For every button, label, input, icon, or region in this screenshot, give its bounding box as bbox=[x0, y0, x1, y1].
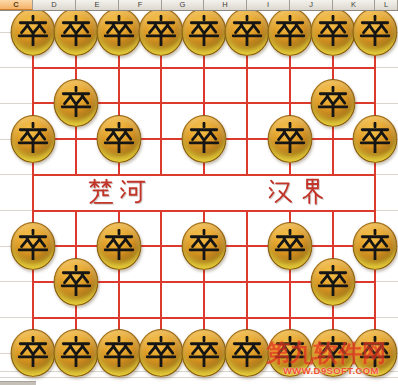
piece-r0c2[interactable]: 卒 bbox=[96, 8, 141, 56]
piece-r0c3[interactable]: 卒 bbox=[139, 8, 184, 56]
zu-soldier-glyph-icon bbox=[60, 336, 91, 367]
zu-soldier-glyph-icon bbox=[18, 336, 49, 367]
column-header-k[interactable]: K bbox=[333, 0, 375, 10]
column-header-e[interactable]: E bbox=[76, 0, 119, 10]
piece-r0c0[interactable]: 卒 bbox=[11, 8, 56, 56]
zu-soldier-glyph-icon bbox=[60, 15, 91, 46]
zu-soldier-glyph-icon bbox=[232, 15, 263, 46]
piece-r6c8[interactable]: 卒 bbox=[353, 222, 398, 270]
he-char-icon bbox=[119, 178, 146, 205]
column-header-f[interactable]: F bbox=[119, 0, 162, 10]
zu-soldier-glyph-icon bbox=[360, 15, 391, 46]
river-left-label: 楚河 bbox=[87, 178, 146, 205]
piece-r6c6[interactable]: 卒 bbox=[267, 222, 312, 270]
zu-soldier-glyph-icon bbox=[189, 336, 220, 367]
column-header-i[interactable]: I bbox=[247, 0, 290, 10]
piece-r9c4[interactable]: 卒 bbox=[182, 329, 227, 377]
zu-soldier-glyph-icon bbox=[18, 15, 49, 46]
zu-soldier-glyph-icon bbox=[317, 265, 348, 296]
piece-r9c7[interactable]: 卒 bbox=[310, 329, 355, 377]
column-header-g[interactable]: G bbox=[162, 0, 204, 10]
chu-char-icon bbox=[87, 178, 114, 205]
piece-r2c1[interactable]: 卒 bbox=[53, 79, 98, 127]
zu-soldier-glyph-icon bbox=[146, 336, 177, 367]
zu-soldier-glyph-icon bbox=[189, 15, 220, 46]
piece-r3c8[interactable]: 卒 bbox=[353, 115, 398, 163]
piece-r9c5[interactable]: 卒 bbox=[225, 329, 270, 377]
piece-r0c1[interactable]: 卒 bbox=[53, 8, 98, 56]
piece-r2c7[interactable]: 卒 bbox=[310, 79, 355, 127]
column-header-j[interactable]: J bbox=[290, 0, 333, 10]
piece-r9c0[interactable]: 卒 bbox=[11, 329, 56, 377]
xiangqi-board-screenshot: CDEFGHIJKL 卒卒卒卒卒卒卒卒卒卒卒卒卒卒卒卒卒卒卒卒卒卒卒卒卒卒卒卒卒… bbox=[0, 0, 398, 385]
zu-soldier-glyph-icon bbox=[18, 122, 49, 153]
piece-r0c7[interactable]: 卒 bbox=[310, 8, 355, 56]
piece-r0c6[interactable]: 卒 bbox=[267, 8, 312, 56]
piece-r3c6[interactable]: 卒 bbox=[267, 115, 312, 163]
piece-r0c8[interactable]: 卒 bbox=[353, 8, 398, 56]
zu-soldier-glyph-icon bbox=[317, 15, 348, 46]
zu-soldier-glyph-icon bbox=[18, 229, 49, 260]
piece-r9c6[interactable]: 卒 bbox=[267, 329, 312, 377]
zu-soldier-glyph-icon bbox=[146, 15, 177, 46]
zu-soldier-glyph-icon bbox=[189, 122, 220, 153]
piece-r3c2[interactable]: 卒 bbox=[96, 115, 141, 163]
zu-soldier-glyph-icon bbox=[360, 229, 391, 260]
piece-r9c2[interactable]: 卒 bbox=[96, 329, 141, 377]
board-file-line bbox=[374, 11, 376, 354]
zu-soldier-glyph-icon bbox=[103, 336, 134, 367]
column-header-h[interactable]: H bbox=[204, 0, 247, 10]
column-header-d[interactable]: D bbox=[33, 0, 76, 10]
zu-soldier-glyph-icon bbox=[232, 336, 263, 367]
spreadsheet-column-header: CDEFGHIJKL bbox=[0, 0, 398, 11]
zu-soldier-glyph-icon bbox=[274, 15, 305, 46]
han-char-icon bbox=[267, 178, 294, 205]
zu-soldier-glyph-icon bbox=[103, 15, 134, 46]
piece-r6c2[interactable]: 卒 bbox=[96, 222, 141, 270]
zu-soldier-glyph-icon bbox=[360, 336, 391, 367]
zu-soldier-glyph-icon bbox=[60, 86, 91, 117]
column-header-l[interactable]: L bbox=[375, 0, 398, 10]
zu-soldier-glyph-icon bbox=[60, 265, 91, 296]
zu-soldier-glyph-icon bbox=[103, 229, 134, 260]
zu-soldier-glyph-icon bbox=[317, 86, 348, 117]
piece-r6c0[interactable]: 卒 bbox=[11, 222, 56, 270]
piece-r7c7[interactable]: 卒 bbox=[310, 258, 355, 306]
piece-r7c1[interactable]: 卒 bbox=[53, 258, 98, 306]
piece-r6c4[interactable]: 卒 bbox=[182, 222, 227, 270]
piece-r3c4[interactable]: 卒 bbox=[182, 115, 227, 163]
zu-soldier-glyph-icon bbox=[317, 336, 348, 367]
piece-r0c4[interactable]: 卒 bbox=[182, 8, 227, 56]
board-file-line bbox=[32, 11, 34, 354]
piece-r9c3[interactable]: 卒 bbox=[139, 329, 184, 377]
piece-r9c8[interactable]: 卒 bbox=[353, 329, 398, 377]
river-right-label: 汉界 bbox=[267, 178, 326, 205]
zu-soldier-glyph-icon bbox=[103, 122, 134, 153]
zu-soldier-glyph-icon bbox=[274, 122, 305, 153]
zu-soldier-glyph-icon bbox=[360, 122, 391, 153]
piece-r3c0[interactable]: 卒 bbox=[11, 115, 56, 163]
piece-r9c1[interactable]: 卒 bbox=[53, 329, 98, 377]
column-header-c[interactable]: C bbox=[0, 0, 33, 10]
zu-soldier-glyph-icon bbox=[189, 229, 220, 260]
zu-soldier-glyph-icon bbox=[274, 229, 305, 260]
piece-r0c5[interactable]: 卒 bbox=[225, 8, 270, 56]
horizontal-scrollbar-remnant[interactable] bbox=[0, 381, 36, 385]
jie-char-icon bbox=[299, 178, 326, 205]
zu-soldier-glyph-icon bbox=[274, 336, 305, 367]
